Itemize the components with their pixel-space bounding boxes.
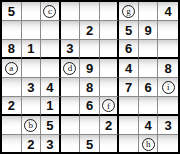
- cell-r1c5[interactable]: [80, 2, 100, 21]
- cell-r8c8[interactable]: h: [139, 135, 159, 154]
- cell-r2c2[interactable]: [22, 21, 42, 40]
- cell-r8c5: 5: [80, 135, 100, 154]
- cell-r6c2[interactable]: [22, 97, 42, 116]
- cell-r7c1[interactable]: [2, 116, 22, 135]
- cell-r4c6[interactable]: [100, 59, 120, 78]
- cell-r4c3[interactable]: [41, 59, 61, 78]
- cell-r1c1: 5: [2, 2, 22, 21]
- cell-r3c7: 6: [119, 40, 139, 59]
- cell-r6c3: 1: [41, 97, 61, 116]
- given-digit: 5: [86, 138, 93, 151]
- cell-r2c4[interactable]: [61, 21, 81, 40]
- cell-r4c9: 8: [158, 59, 178, 78]
- given-digit: 8: [86, 81, 93, 94]
- circled-letter-b: b: [24, 119, 37, 132]
- cell-r3c9[interactable]: [158, 40, 178, 59]
- cell-r6c5: 6: [80, 97, 100, 116]
- given-digit: 5: [46, 119, 53, 132]
- cell-r5c2: 3: [22, 78, 42, 97]
- cell-r5c9[interactable]: i: [158, 78, 178, 97]
- circled-letter-h: h: [142, 138, 155, 151]
- cell-r6c4[interactable]: [61, 97, 81, 116]
- given-digit: 3: [66, 42, 73, 55]
- cell-r5c1[interactable]: [2, 78, 22, 97]
- cell-r6c9[interactable]: [158, 97, 178, 116]
- cell-r5c3: 4: [41, 78, 61, 97]
- given-digit: 2: [27, 138, 34, 151]
- cell-r7c6: 2: [100, 116, 120, 135]
- sudoku-board: 5cg42598136ad94834876i216fb5243235h: [0, 0, 180, 154]
- cell-r3c8[interactable]: [139, 40, 159, 59]
- cell-r5c7: 7: [119, 78, 139, 97]
- cell-r2c8: 9: [139, 21, 159, 40]
- cell-r8c9[interactable]: [158, 135, 178, 154]
- given-digit: 6: [125, 42, 132, 55]
- cell-r3c5[interactable]: [80, 40, 100, 59]
- given-digit: 3: [46, 138, 53, 151]
- given-digit: 2: [105, 119, 112, 132]
- cell-r3c2: 1: [22, 40, 42, 59]
- given-digit: 6: [145, 81, 152, 94]
- cell-r4c2[interactable]: [22, 59, 42, 78]
- circled-letter-c: c: [43, 5, 56, 18]
- cell-r1c3[interactable]: c: [41, 2, 61, 21]
- given-digit: 6: [86, 99, 93, 112]
- given-digit: 4: [46, 81, 53, 94]
- cell-r8c4[interactable]: [61, 135, 81, 154]
- cell-r1c8[interactable]: [139, 2, 159, 21]
- given-digit: 4: [165, 5, 172, 18]
- circled-letter-f: f: [102, 99, 115, 112]
- cell-r7c7[interactable]: [119, 116, 139, 135]
- cell-r3c3[interactable]: [41, 40, 61, 59]
- cell-r6c1: 2: [2, 97, 22, 116]
- given-digit: 1: [27, 42, 34, 55]
- circled-letter-i: i: [162, 81, 175, 94]
- cell-r3c6[interactable]: [100, 40, 120, 59]
- cell-r3c4: 3: [61, 40, 81, 59]
- cell-r5c5: 8: [80, 78, 100, 97]
- given-digit: 8: [8, 42, 15, 55]
- given-digit: 3: [165, 119, 172, 132]
- given-digit: 9: [86, 62, 93, 75]
- circled-letter-a: a: [5, 62, 18, 75]
- cell-r7c8: 4: [139, 116, 159, 135]
- cell-r7c3: 5: [41, 116, 61, 135]
- cell-r4c5: 9: [80, 59, 100, 78]
- cell-r6c7[interactable]: [119, 97, 139, 116]
- cell-r1c7[interactable]: g: [119, 2, 139, 21]
- given-digit: 1: [46, 99, 53, 112]
- cell-r7c9: 3: [158, 116, 178, 135]
- circled-letter-d: d: [63, 62, 76, 75]
- cell-r2c6[interactable]: [100, 21, 120, 40]
- given-digit: 5: [8, 5, 15, 18]
- cell-r7c5[interactable]: [80, 116, 100, 135]
- cell-r7c2[interactable]: b: [22, 116, 42, 135]
- cell-r4c4[interactable]: d: [61, 59, 81, 78]
- cell-r5c8: 6: [139, 78, 159, 97]
- cell-r1c9: 4: [158, 2, 178, 21]
- given-digit: 2: [86, 24, 93, 37]
- given-digit: 2: [8, 99, 15, 112]
- cell-r2c1[interactable]: [2, 21, 22, 40]
- given-digit: 3: [27, 81, 34, 94]
- cell-r8c7[interactable]: [119, 135, 139, 154]
- cell-r2c3[interactable]: [41, 21, 61, 40]
- given-digit: 4: [145, 119, 152, 132]
- given-digit: 7: [125, 81, 132, 94]
- cell-r6c8[interactable]: [139, 97, 159, 116]
- cell-r6c6[interactable]: f: [100, 97, 120, 116]
- cell-r5c4[interactable]: [61, 78, 81, 97]
- given-digit: 5: [125, 24, 132, 37]
- cell-r1c4[interactable]: [61, 2, 81, 21]
- cell-r4c7: 4: [119, 59, 139, 78]
- cell-r8c3: 3: [41, 135, 61, 154]
- cell-r2c9[interactable]: [158, 21, 178, 40]
- cell-r2c7: 5: [119, 21, 139, 40]
- cell-r4c8[interactable]: [139, 59, 159, 78]
- cell-r8c1[interactable]: [2, 135, 22, 154]
- cell-r7c4[interactable]: [61, 116, 81, 135]
- given-digit: 4: [125, 62, 132, 75]
- cell-r4c1[interactable]: a: [2, 59, 22, 78]
- circled-letter-g: g: [122, 5, 135, 18]
- cell-r1c6[interactable]: [100, 2, 120, 21]
- cell-r8c2: 2: [22, 135, 42, 154]
- cell-r3c1: 8: [2, 40, 22, 59]
- cell-r2c5: 2: [80, 21, 100, 40]
- cell-r8c6[interactable]: [100, 135, 120, 154]
- given-digit: 8: [165, 62, 172, 75]
- given-digit: 9: [145, 24, 152, 37]
- cell-r1c2[interactable]: [22, 2, 42, 21]
- cell-r5c6[interactable]: [100, 78, 120, 97]
